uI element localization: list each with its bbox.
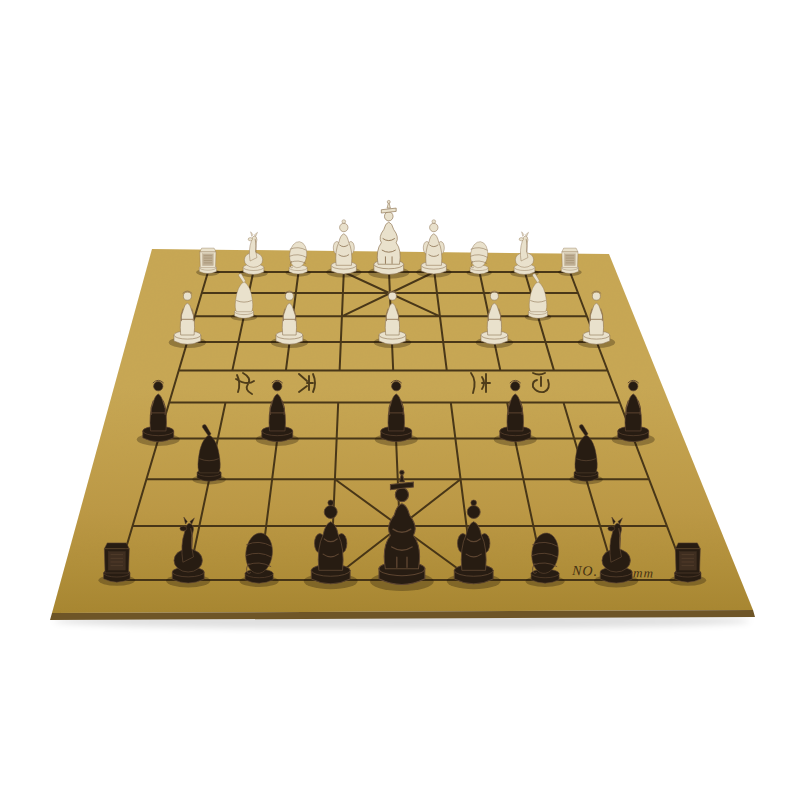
board-print-label-prefix: NO. [571, 563, 598, 579]
xiangqi-set-product-photo: NO. mm [0, 0, 800, 800]
board-print-label-suffix: mm [633, 565, 654, 581]
xiangqi-board-cloth: NO. mm [0, 0, 800, 800]
cloth-texture [52, 249, 753, 613]
